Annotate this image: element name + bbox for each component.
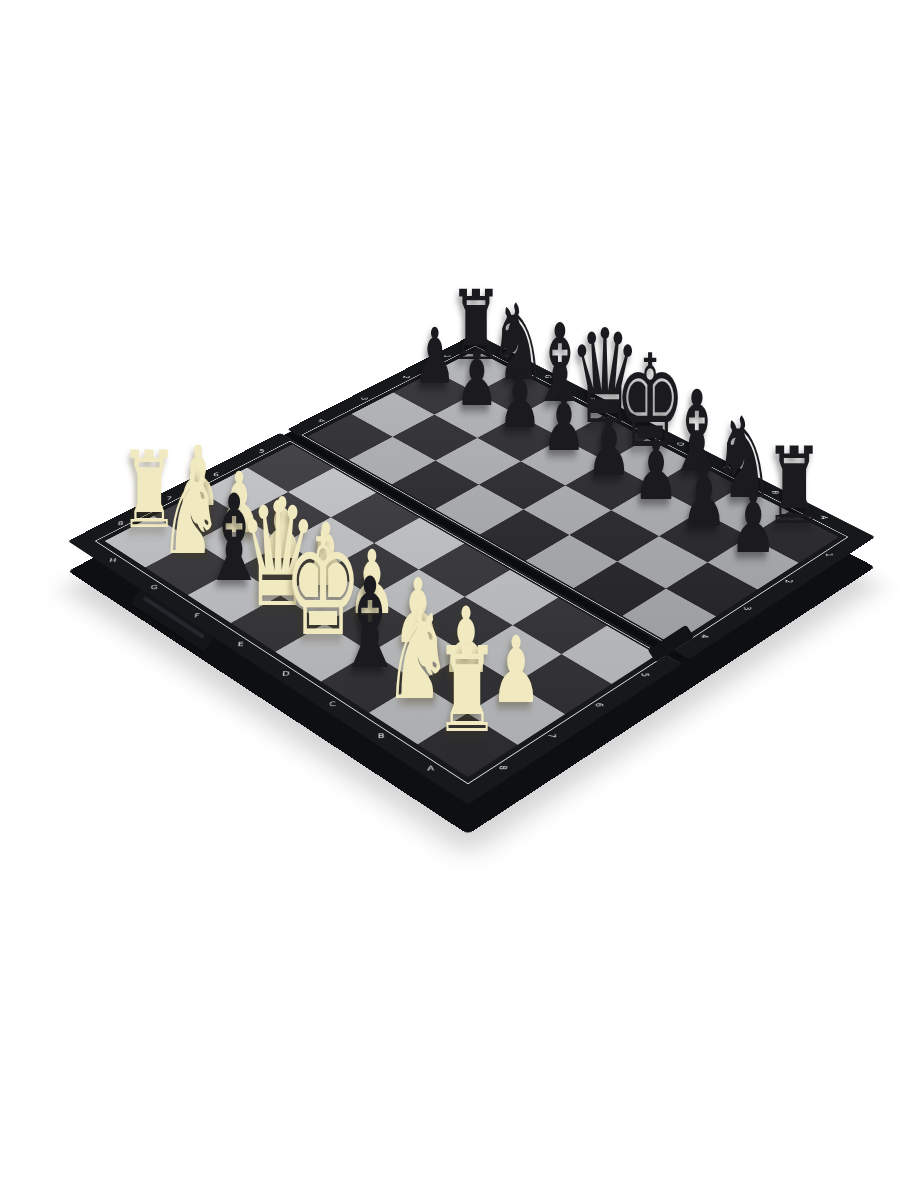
file-label-far-G: G	[542, 371, 555, 381]
file-label-near-B: B	[368, 731, 393, 741]
rank-label-near-right-8: 8	[495, 760, 511, 776]
rank-label-near-left-6: 6	[205, 471, 227, 478]
file-label-near-F: F	[185, 611, 209, 620]
rank-label-far-left-4: 4	[314, 415, 328, 426]
chess-set: HGFEDCBA11223344 HGFEDCBA55667788	[189, 251, 755, 827]
rank-label-far-right-4: 4	[696, 629, 712, 643]
rank-label-far-right-1: 1	[821, 549, 838, 562]
rank-label-near-left-5: 5	[251, 448, 273, 455]
rank-label-far-left-3: 3	[358, 393, 372, 404]
file-label-near-E: E	[229, 640, 253, 649]
rank-label-near-right-7: 7	[544, 728, 560, 743]
file-label-near-D: D	[274, 669, 299, 678]
file-label-far-F: F	[584, 393, 598, 404]
file-label-near-H: H	[101, 556, 125, 564]
file-label-far-D: D	[673, 438, 688, 449]
rank-label-near-right-5: 5	[637, 668, 653, 683]
rank-label-near-left-8: 8	[109, 519, 132, 527]
file-label-far-E: E	[628, 415, 642, 426]
file-label-far-C: C	[720, 462, 735, 474]
file-label-near-C: C	[320, 699, 345, 709]
file-label-near-G: G	[142, 583, 166, 591]
file-label-far-B: B	[767, 486, 783, 498]
rank-label-near-right-6: 6	[591, 698, 607, 713]
chessboard: HGFEDCBA11223344 HGFEDCBA55667788	[68, 334, 876, 805]
file-label-near-A: A	[418, 763, 443, 773]
rank-label-far-right-3: 3	[739, 602, 756, 616]
rank-label-near-left-7: 7	[158, 495, 181, 503]
file-label-far-A: A	[816, 511, 832, 523]
file-label-far-H: H	[500, 350, 513, 360]
rank-label-far-left-2: 2	[400, 372, 413, 382]
product-photo: HGFEDCBA11223344 HGFEDCBA55667788 ♜♞♝♚♛♝…	[0, 0, 900, 1200]
rank-label-far-right-2: 2	[781, 575, 798, 588]
rank-label-far-left-1: 1	[441, 351, 454, 361]
